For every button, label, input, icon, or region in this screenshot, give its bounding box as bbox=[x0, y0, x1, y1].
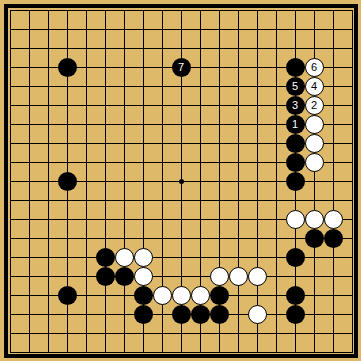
stone-white-move-6: 6 bbox=[305, 58, 324, 77]
stone-black bbox=[191, 305, 210, 324]
stone-black bbox=[96, 267, 115, 286]
move-number-label: 2 bbox=[311, 100, 317, 111]
move-number-label: 3 bbox=[292, 100, 298, 111]
move-number-label: 6 bbox=[311, 62, 317, 73]
stone-black bbox=[286, 248, 305, 267]
stone-black bbox=[210, 286, 229, 305]
go-board: 7654321 bbox=[0, 0, 361, 361]
stone-black bbox=[286, 153, 305, 172]
stone-black bbox=[58, 172, 77, 191]
stone-black bbox=[58, 58, 77, 77]
stone-white-move-2: 2 bbox=[305, 96, 324, 115]
stone-black bbox=[58, 286, 77, 305]
stone-black bbox=[324, 229, 343, 248]
stone-white bbox=[305, 134, 324, 153]
stone-black bbox=[305, 229, 324, 248]
stone-white bbox=[286, 210, 305, 229]
stone-black bbox=[286, 134, 305, 153]
stone-white bbox=[305, 115, 324, 134]
move-number-label: 7 bbox=[178, 62, 184, 73]
move-number-label: 5 bbox=[292, 81, 298, 92]
stone-black-move-5: 5 bbox=[286, 77, 305, 96]
stone-white bbox=[305, 210, 324, 229]
stones-layer: 7654321 bbox=[1, 1, 361, 361]
move-number-label: 4 bbox=[311, 81, 317, 92]
stone-black bbox=[134, 305, 153, 324]
stone-white bbox=[172, 286, 191, 305]
stone-black bbox=[286, 305, 305, 324]
stone-black-move-7: 7 bbox=[172, 58, 191, 77]
stone-white bbox=[210, 267, 229, 286]
stone-black bbox=[286, 286, 305, 305]
stone-black bbox=[286, 58, 305, 77]
stone-black bbox=[210, 305, 229, 324]
stone-black bbox=[134, 286, 153, 305]
stone-black bbox=[115, 267, 134, 286]
stone-white bbox=[248, 267, 267, 286]
move-number-label: 1 bbox=[292, 119, 298, 130]
stone-white bbox=[229, 267, 248, 286]
stone-white bbox=[191, 286, 210, 305]
stone-white bbox=[305, 153, 324, 172]
stone-black bbox=[172, 305, 191, 324]
stone-white bbox=[324, 210, 343, 229]
stone-black bbox=[286, 172, 305, 191]
stone-white bbox=[153, 286, 172, 305]
stone-white bbox=[115, 248, 134, 267]
stone-black-move-3: 3 bbox=[286, 96, 305, 115]
stone-white bbox=[134, 248, 153, 267]
stone-white-move-4: 4 bbox=[305, 77, 324, 96]
stone-black bbox=[96, 248, 115, 267]
stone-white bbox=[248, 305, 267, 324]
stone-white bbox=[134, 267, 153, 286]
stone-black-move-1: 1 bbox=[286, 115, 305, 134]
